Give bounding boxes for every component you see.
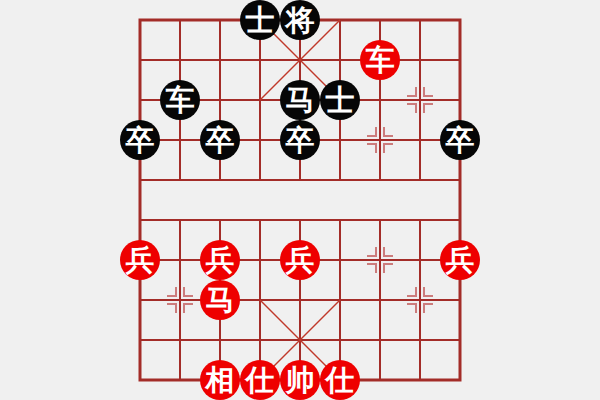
- piece-black-soldier[interactable]: 卒: [280, 120, 320, 160]
- board-point: 兵: [440, 240, 480, 280]
- board-point: 仕: [240, 360, 280, 400]
- board-point: 马: [280, 80, 320, 120]
- piece-black-soldier[interactable]: 卒: [440, 120, 480, 160]
- piece-red-chariot[interactable]: 车: [360, 40, 400, 80]
- piece-red-elephant[interactable]: 相: [200, 360, 240, 400]
- board-point: 兵: [280, 240, 320, 280]
- piece-black-soldier[interactable]: 卒: [120, 120, 160, 160]
- piece-red-soldier[interactable]: 兵: [200, 240, 240, 280]
- board-point: 卒: [120, 120, 160, 160]
- board-point: 士: [240, 0, 280, 40]
- piece-black-general[interactable]: 将: [280, 0, 320, 40]
- board-point: 士: [320, 80, 360, 120]
- board-point: 兵: [200, 240, 240, 280]
- board-point: 车: [360, 40, 400, 80]
- piece-black-soldier[interactable]: 卒: [200, 120, 240, 160]
- piece-red-advisor[interactable]: 仕: [240, 360, 280, 400]
- board-point: 兵: [120, 240, 160, 280]
- board-point: 卒: [200, 120, 240, 160]
- piece-red-general[interactable]: 帅: [280, 360, 320, 400]
- board-point: 将: [280, 0, 320, 40]
- piece-black-advisor[interactable]: 士: [240, 0, 280, 40]
- board-point: 卒: [440, 120, 480, 160]
- board-point: 马: [200, 280, 240, 320]
- piece-red-soldier[interactable]: 兵: [280, 240, 320, 280]
- board-point: 帅: [280, 360, 320, 400]
- board-point: 仕: [320, 360, 360, 400]
- board-point: 相: [200, 360, 240, 400]
- xiangqi-screenshot: 士将车车马士卒卒卒卒兵兵兵兵马相仕帅仕: [0, 0, 600, 400]
- piece-red-soldier[interactable]: 兵: [440, 240, 480, 280]
- piece-black-horse[interactable]: 马: [280, 80, 320, 120]
- piece-red-advisor[interactable]: 仕: [320, 360, 360, 400]
- piece-red-soldier[interactable]: 兵: [120, 240, 160, 280]
- board-point: 卒: [280, 120, 320, 160]
- piece-black-advisor[interactable]: 士: [320, 80, 360, 120]
- board: 士将车车马士卒卒卒卒兵兵兵兵马相仕帅仕: [120, 0, 480, 400]
- piece-black-chariot[interactable]: 车: [160, 80, 200, 120]
- board-point: 车: [160, 80, 200, 120]
- piece-red-horse[interactable]: 马: [200, 280, 240, 320]
